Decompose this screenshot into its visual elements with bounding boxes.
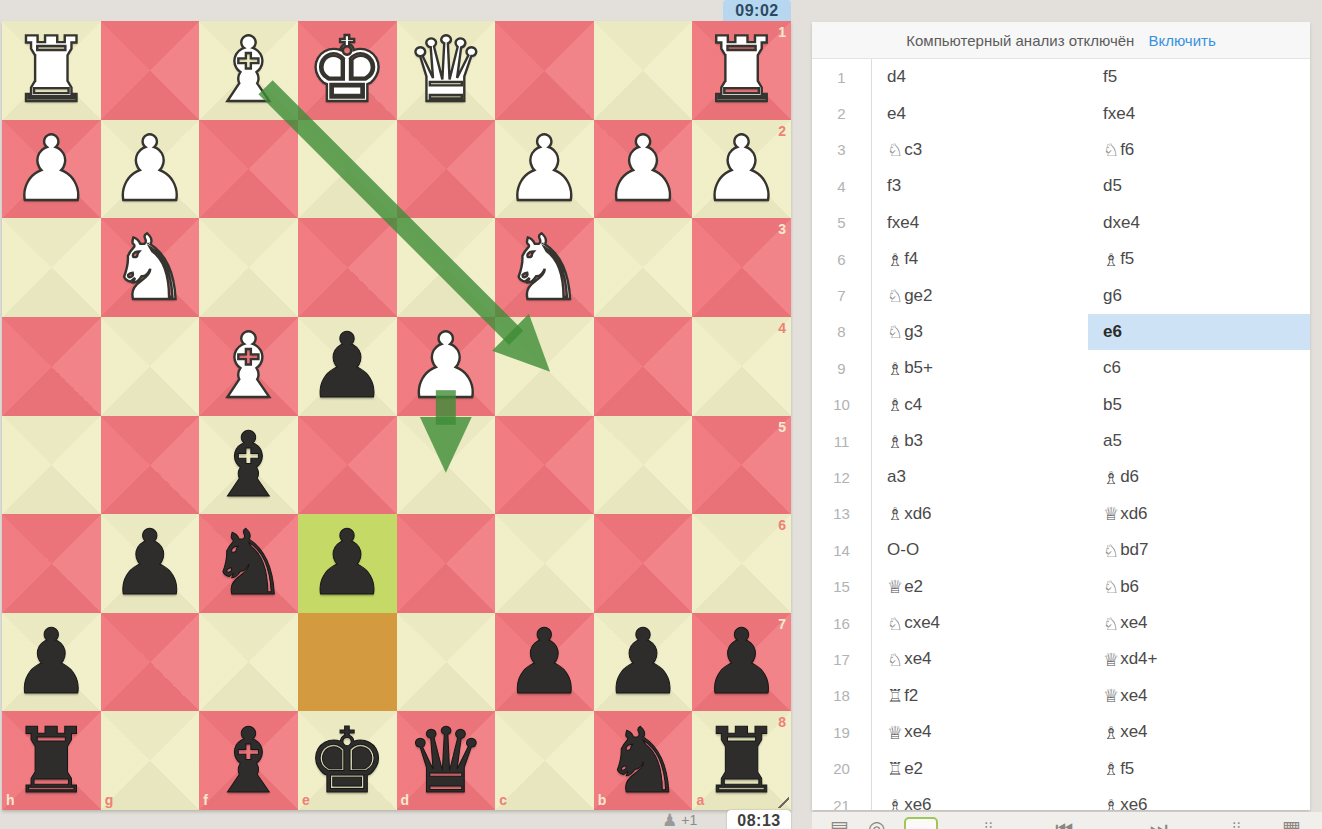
move-number: 10 xyxy=(812,387,872,423)
figurine-icon: ♗ xyxy=(1103,249,1119,270)
current-move-button[interactable] xyxy=(904,817,938,829)
square-d5[interactable] xyxy=(397,416,496,515)
move-row-7: 7♘ge2g6 xyxy=(812,277,1310,313)
move-row-5: 5fxe4dxe4 xyxy=(812,205,1310,241)
material-value: +1 xyxy=(681,812,697,828)
piece-black-pawn[interactable]: ♟ xyxy=(298,514,397,613)
piece-black-knight[interactable]: ♞ xyxy=(199,514,298,613)
square-c6[interactable] xyxy=(495,514,594,613)
move-row-14: 14O-O♘bd7 xyxy=(812,532,1310,568)
square-a2[interactable]: ♟2 xyxy=(692,120,791,219)
move-19-white[interactable]: ♕xe4 xyxy=(872,714,1088,750)
rank-label-3: 3 xyxy=(778,221,786,237)
move-12-white[interactable]: a3 xyxy=(872,459,1088,495)
square-f5[interactable]: ♝ xyxy=(199,416,298,515)
move-number: 21 xyxy=(812,787,872,810)
file-label-c: c xyxy=(499,792,507,808)
square-d4[interactable]: ♟ xyxy=(397,317,496,416)
move-15-white[interactable]: ♕e2 xyxy=(872,568,1088,604)
move-row-3: 3♘c3♘f6 xyxy=(812,132,1310,168)
move-list: 1d4f52e4fxe43♘c3♘f64f3d55fxe4dxe46♗f4♗f5… xyxy=(812,59,1310,810)
move-row-21: 21♗xe6♗xe6 xyxy=(812,787,1310,810)
square-a8[interactable]: ♜a8 xyxy=(692,711,791,810)
piece-black-pawn[interactable]: ♟ xyxy=(594,613,693,712)
board-editor-icon[interactable]: ▤ xyxy=(830,816,849,829)
figurine-icon: ♗ xyxy=(1103,758,1119,779)
piece-white-queen[interactable]: ♛ xyxy=(397,21,496,120)
square-b4[interactable] xyxy=(594,317,693,416)
square-h2[interactable]: ♟ xyxy=(2,120,101,219)
file-label-g: g xyxy=(105,792,114,808)
move-row-2: 2e4fxe4 xyxy=(812,95,1310,131)
move-2-black[interactable]: fxe4 xyxy=(1088,95,1310,131)
square-c4[interactable] xyxy=(495,317,594,416)
move-number: 12 xyxy=(812,459,872,495)
square-a3[interactable]: 3 xyxy=(692,218,791,317)
square-b1[interactable] xyxy=(594,21,693,120)
move-row-8: 8♘g3e6 xyxy=(812,314,1310,350)
square-f7[interactable] xyxy=(199,613,298,712)
piece-white-rook[interactable]: ♜ xyxy=(692,21,791,120)
move-9-white[interactable]: ♗b5+ xyxy=(872,350,1088,386)
move-7-black[interactable]: g6 xyxy=(1088,277,1310,313)
square-b7[interactable]: ♟ xyxy=(594,613,693,712)
move-number: 14 xyxy=(812,532,872,568)
move-20-white[interactable]: ♖e2 xyxy=(872,750,1088,786)
move-row-13: 13♗xd6♕xd6 xyxy=(812,496,1310,532)
move-row-17: 17♘xe4♕xd4+ xyxy=(812,641,1310,677)
move-9-black[interactable]: c6 xyxy=(1088,350,1310,386)
move-8-black[interactable]: e6 xyxy=(1088,314,1310,350)
figurine-icon: ♖ xyxy=(887,758,903,779)
move-number: 2 xyxy=(812,95,872,131)
first-move-icon[interactable]: ⏮ xyxy=(1055,816,1073,829)
more-dots-icon[interactable]: ⁝⁝ xyxy=(1232,819,1241,829)
figurine-icon: ♗ xyxy=(1103,467,1119,488)
square-g6[interactable]: ♟ xyxy=(101,514,200,613)
move-1-black[interactable]: f5 xyxy=(1088,59,1310,95)
square-a1[interactable]: ♜1 xyxy=(692,21,791,120)
figurine-icon: ♕ xyxy=(1103,503,1119,524)
square-g2[interactable]: ♟ xyxy=(101,120,200,219)
figurine-icon: ♗ xyxy=(1103,795,1119,811)
square-b6[interactable] xyxy=(594,514,693,613)
move-13-black[interactable]: ♕xd6 xyxy=(1088,496,1310,532)
square-f1[interactable]: ♝ xyxy=(199,21,298,120)
move-number: 1 xyxy=(812,59,872,95)
move-13-white[interactable]: ♗xd6 xyxy=(872,496,1088,532)
piece-white-pawn[interactable]: ♟ xyxy=(101,120,200,219)
piece-black-bishop[interactable]: ♝ xyxy=(199,416,298,515)
move-number: 7 xyxy=(812,277,872,313)
piece-black-rook[interactable]: ♜ xyxy=(692,711,791,810)
move-17-white[interactable]: ♘xe4 xyxy=(872,641,1088,677)
enable-analysis-link[interactable]: Включить xyxy=(1148,32,1215,49)
move-number: 9 xyxy=(812,350,872,386)
square-a6[interactable]: 6 xyxy=(692,514,791,613)
move-11-white[interactable]: ♗b3 xyxy=(872,423,1088,459)
square-c5[interactable] xyxy=(495,416,594,515)
square-a7[interactable]: ♟7 xyxy=(692,613,791,712)
move-3-white[interactable]: ♘c3 xyxy=(872,132,1088,168)
square-h7[interactable]: ♟ xyxy=(2,613,101,712)
move-4-black[interactable]: d5 xyxy=(1088,168,1310,204)
computer-analysis-bar: Компьютерный анализ отключён Включить xyxy=(812,22,1310,59)
move-number: 8 xyxy=(812,314,872,350)
square-g7[interactable] xyxy=(101,613,200,712)
move-number: 4 xyxy=(812,168,872,204)
figurine-icon: ♗ xyxy=(1103,722,1119,743)
square-c7[interactable]: ♟ xyxy=(495,613,594,712)
square-d7[interactable] xyxy=(397,613,496,712)
analysis-panel: Компьютерный анализ отключён Включить 1d… xyxy=(812,22,1310,810)
move-row-20: 20♖e2♗f5 xyxy=(812,750,1310,786)
move-row-1: 1d4f5 xyxy=(812,59,1310,95)
move-2-white[interactable]: e4 xyxy=(872,95,1088,131)
move-number: 20 xyxy=(812,750,872,786)
rank-label-5: 5 xyxy=(778,419,786,435)
black-clock: 08:13 xyxy=(727,810,791,829)
square-b3[interactable] xyxy=(594,218,693,317)
square-b8[interactable]: ♞b xyxy=(594,711,693,810)
move-5-black[interactable]: dxe4 xyxy=(1088,205,1310,241)
figurine-icon: ♘ xyxy=(1103,540,1119,561)
piece-white-knight[interactable]: ♞ xyxy=(495,218,594,317)
square-f6[interactable]: ♞ xyxy=(199,514,298,613)
move-17-black[interactable]: ♕xd4+ xyxy=(1088,641,1310,677)
figurine-icon: ♗ xyxy=(887,249,903,270)
move-number: 5 xyxy=(812,205,872,241)
square-d3[interactable] xyxy=(397,218,496,317)
square-f4[interactable]: ♝ xyxy=(199,317,298,416)
square-f8[interactable]: ♝f xyxy=(199,711,298,810)
move-number: 17 xyxy=(812,641,872,677)
figurine-icon: ♗ xyxy=(887,358,903,379)
move-15-black[interactable]: ♘b6 xyxy=(1088,568,1310,604)
figurine-icon: ♕ xyxy=(887,576,903,597)
move-row-18: 18♖f2♕xe4 xyxy=(812,678,1310,714)
piece-black-pawn[interactable]: ♟ xyxy=(495,613,594,712)
square-h3[interactable] xyxy=(2,218,101,317)
square-c1[interactable] xyxy=(495,21,594,120)
move-row-10: 10♗c4b5 xyxy=(812,387,1310,423)
square-c2[interactable]: ♟ xyxy=(495,120,594,219)
move-row-9: 9♗b5+c6 xyxy=(812,350,1310,386)
move-row-16: 16♘cxe4♘xe4 xyxy=(812,605,1310,641)
study-board-icon[interactable]: ▦ xyxy=(1282,816,1301,829)
square-b2[interactable]: ♟ xyxy=(594,120,693,219)
square-g4[interactable] xyxy=(101,317,200,416)
figurine-icon: ♕ xyxy=(1103,685,1119,706)
square-e6[interactable]: ♟ xyxy=(298,514,397,613)
square-e7[interactable] xyxy=(298,613,397,712)
figurine-icon: ♘ xyxy=(1103,613,1119,634)
piece-white-rook[interactable]: ♜ xyxy=(2,21,101,120)
move-21-black[interactable]: ♗xe6 xyxy=(1088,787,1310,810)
piece-white-pawn[interactable]: ♟ xyxy=(495,120,594,219)
figurine-icon: ♗ xyxy=(887,503,903,524)
square-e2[interactable] xyxy=(298,120,397,219)
move-10-black[interactable]: b5 xyxy=(1088,387,1310,423)
figurine-icon: ♘ xyxy=(887,649,903,670)
move-4-white[interactable]: f3 xyxy=(872,168,1088,204)
move-16-black[interactable]: ♘xe4 xyxy=(1088,605,1310,641)
rank-label-6: 6 xyxy=(778,517,786,533)
move-7-white[interactable]: ♘ge2 xyxy=(872,277,1088,313)
move-number: 19 xyxy=(812,714,872,750)
figurine-icon: ♗ xyxy=(887,795,903,811)
square-h4[interactable] xyxy=(2,317,101,416)
move-16-white[interactable]: ♘cxe4 xyxy=(872,605,1088,641)
piece-black-knight[interactable]: ♞ xyxy=(594,711,693,810)
move-3-black[interactable]: ♘f6 xyxy=(1088,132,1310,168)
move-number: 16 xyxy=(812,605,872,641)
square-a4[interactable]: 4 xyxy=(692,317,791,416)
piece-black-pawn[interactable]: ♟ xyxy=(101,514,200,613)
move-10-white[interactable]: ♗c4 xyxy=(872,387,1088,423)
square-h1[interactable]: ♜ xyxy=(2,21,101,120)
rank-label-4: 4 xyxy=(778,320,786,336)
square-e3[interactable] xyxy=(298,218,397,317)
move-number: 18 xyxy=(812,678,872,714)
piece-black-bishop[interactable]: ♝ xyxy=(199,711,298,810)
figurine-icon: ♖ xyxy=(887,685,903,706)
move-number: 15 xyxy=(812,568,872,604)
analysis-status-text: Компьютерный анализ отключён xyxy=(906,32,1134,49)
move-14-white[interactable]: O-O xyxy=(872,532,1088,568)
square-e5[interactable] xyxy=(298,416,397,515)
move-21-white[interactable]: ♗xe6 xyxy=(872,787,1088,810)
square-b5[interactable] xyxy=(594,416,693,515)
move-1-white[interactable]: d4 xyxy=(872,59,1088,95)
move-19-black[interactable]: ♗xe4 xyxy=(1088,714,1310,750)
move-row-4: 4f3d5 xyxy=(812,168,1310,204)
square-d1[interactable]: ♛ xyxy=(397,21,496,120)
piece-white-pawn[interactable]: ♟ xyxy=(594,120,693,219)
piece-black-pawn[interactable]: ♟ xyxy=(692,613,791,712)
move-14-black[interactable]: ♘bd7 xyxy=(1088,532,1310,568)
square-h8[interactable]: ♜h xyxy=(2,711,101,810)
square-e8[interactable]: ♚e xyxy=(298,711,397,810)
square-g3[interactable]: ♞ xyxy=(101,218,200,317)
move-row-11: 11♗b3a5 xyxy=(812,423,1310,459)
figurine-icon: ♗ xyxy=(887,431,903,452)
square-d6[interactable] xyxy=(397,514,496,613)
piece-black-rook[interactable]: ♜ xyxy=(2,711,101,810)
square-c8[interactable]: c xyxy=(495,711,594,810)
move-row-12: 12a3♗d6 xyxy=(812,459,1310,495)
square-f3[interactable] xyxy=(199,218,298,317)
square-f2[interactable] xyxy=(199,120,298,219)
piece-white-pawn[interactable]: ♟ xyxy=(397,317,496,416)
square-h5[interactable] xyxy=(2,416,101,515)
square-g1[interactable] xyxy=(101,21,200,120)
move-18-black[interactable]: ♕xe4 xyxy=(1088,678,1310,714)
piece-white-king[interactable]: ♚ xyxy=(298,21,397,120)
figurine-icon: ♘ xyxy=(1103,576,1119,597)
square-g8[interactable]: g xyxy=(101,711,200,810)
square-e4[interactable]: ♟ xyxy=(298,317,397,416)
move-number: 11 xyxy=(812,423,872,459)
piece-white-pawn[interactable]: ♟ xyxy=(2,120,101,219)
move-row-19: 19♕xe4♗xe4 xyxy=(812,714,1310,750)
figurine-icon: ♘ xyxy=(887,321,903,342)
move-18-white[interactable]: ♖f2 xyxy=(872,678,1088,714)
menu-dots-icon[interactable]: ⁝⁝ xyxy=(984,819,993,829)
square-d2[interactable] xyxy=(397,120,496,219)
square-g5[interactable] xyxy=(101,416,200,515)
piece-white-knight[interactable]: ♞ xyxy=(101,218,200,317)
figurine-icon: ♕ xyxy=(887,722,903,743)
move-number: 6 xyxy=(812,241,872,277)
piece-white-bishop[interactable]: ♝ xyxy=(199,21,298,120)
figurine-icon: ♘ xyxy=(887,285,903,306)
move-row-6: 6♗f4♗f5 xyxy=(812,241,1310,277)
figurine-icon: ♘ xyxy=(887,139,903,160)
move-number: 13 xyxy=(812,496,872,532)
piece-white-bishop[interactable]: ♝ xyxy=(199,317,298,416)
figurine-icon: ♘ xyxy=(1103,139,1119,160)
figurine-icon: ♘ xyxy=(887,613,903,634)
move-5-white[interactable]: fxe4 xyxy=(872,205,1088,241)
figurine-icon: ♕ xyxy=(1103,649,1119,670)
square-c3[interactable]: ♞ xyxy=(495,218,594,317)
move-12-black[interactable]: ♗d6 xyxy=(1088,459,1310,495)
settings-icon[interactable]: ◎ xyxy=(868,816,885,829)
move-8-white[interactable]: ♘g3 xyxy=(872,314,1088,350)
material-advantage: ♟ +1 xyxy=(662,810,697,829)
piece-black-queen[interactable]: ♛ xyxy=(397,711,496,810)
square-d8[interactable]: ♛d xyxy=(397,711,496,810)
square-a5[interactable]: 5 xyxy=(692,416,791,515)
piece-black-pawn[interactable]: ♟ xyxy=(2,613,101,712)
move-11-black[interactable]: a5 xyxy=(1088,423,1310,459)
chess-board: ♜♝♚♛♜1♟♟♟♟♟2♞♞3♝♟♟4♝5♟♞♟6♟♟♟♟7♜hg♝f♚e♛dc… xyxy=(2,21,791,810)
square-h6[interactable] xyxy=(2,514,101,613)
move-number: 3 xyxy=(812,132,872,168)
move-row-15: 15♕e2♘b6 xyxy=(812,568,1310,604)
move-6-black[interactable]: ♗f5 xyxy=(1088,241,1310,277)
move-6-white[interactable]: ♗f4 xyxy=(872,241,1088,277)
piece-black-king[interactable]: ♚ xyxy=(298,711,397,810)
analysis-toolbar: ▤ ◎ ⁝⁝ ⏮ ⏭ ⁝⁝ ▦ xyxy=(812,812,1322,829)
piece-black-pawn[interactable]: ♟ xyxy=(298,317,397,416)
figurine-icon: ♗ xyxy=(887,394,903,415)
piece-white-pawn[interactable]: ♟ xyxy=(692,120,791,219)
square-e1[interactable]: ♚ xyxy=(298,21,397,120)
next-move-icon[interactable]: ⏭ xyxy=(1150,816,1168,829)
move-20-black[interactable]: ♗f5 xyxy=(1088,750,1310,786)
